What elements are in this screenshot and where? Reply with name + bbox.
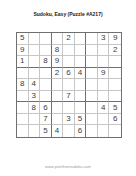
cell-r3c7	[86, 56, 98, 68]
footer-url: www.printfreesudoku.com	[0, 164, 136, 169]
cell-r3c3: 8	[40, 56, 52, 68]
cell-r6c7	[86, 91, 98, 103]
cell-r6c1	[17, 91, 29, 103]
sudoku-board: 52399821892649843786457356546	[16, 32, 122, 138]
cell-r9c9	[109, 125, 121, 137]
cell-r6c8	[98, 91, 110, 103]
cell-r7c8: 4	[98, 102, 110, 114]
cell-r2c1: 9	[17, 45, 29, 57]
cell-r2c2	[29, 45, 41, 57]
cell-r5c3	[40, 79, 52, 91]
cell-r4c9	[109, 68, 121, 80]
cell-r8c5: 3	[63, 114, 75, 126]
cell-r9c3: 5	[40, 125, 52, 137]
cell-r7c4	[52, 102, 64, 114]
cell-r9c5	[63, 125, 75, 137]
cell-r7c6	[75, 102, 87, 114]
cell-r1c4	[52, 33, 64, 45]
cell-r8c3: 7	[40, 114, 52, 126]
cell-r7c5	[63, 102, 75, 114]
cell-r1c5: 2	[63, 33, 75, 45]
cell-r3c1: 1	[17, 56, 29, 68]
page: Sudoku, Easy (Puzzle #A217) 523998218926…	[0, 0, 136, 176]
cell-r5c8	[98, 79, 110, 91]
cell-r2c6	[75, 45, 87, 57]
cell-r8c8	[98, 114, 110, 126]
cell-r2c5	[63, 45, 75, 57]
cell-r2c4: 8	[52, 45, 64, 57]
cell-r4c5: 6	[63, 68, 75, 80]
cell-r7c2: 8	[29, 102, 41, 114]
cell-r3c4: 9	[52, 56, 64, 68]
cell-r6c2: 3	[29, 91, 41, 103]
cell-r9c6: 6	[75, 125, 87, 137]
cell-r7c3: 6	[40, 102, 52, 114]
cell-r8c9: 6	[109, 114, 121, 126]
cell-r8c2	[29, 114, 41, 126]
cell-r9c2	[29, 125, 41, 137]
cell-r5c2: 4	[29, 79, 41, 91]
cell-r8c4	[52, 114, 64, 126]
cell-r4c1	[17, 68, 29, 80]
cell-r1c8: 3	[98, 33, 110, 45]
cell-r3c5	[63, 56, 75, 68]
cell-r3c6	[75, 56, 87, 68]
cell-r5c6	[75, 79, 87, 91]
cell-r4c7	[86, 68, 98, 80]
cell-r2c8	[98, 45, 110, 57]
cell-r8c6: 5	[75, 114, 87, 126]
cell-r4c8: 9	[98, 68, 110, 80]
cell-r3c9	[109, 56, 121, 68]
cell-r5c1: 8	[17, 79, 29, 91]
cell-r1c3	[40, 33, 52, 45]
cell-r1c7	[86, 33, 98, 45]
cell-r8c1	[17, 114, 29, 126]
cell-r1c1: 5	[17, 33, 29, 45]
cell-r1c2	[29, 33, 41, 45]
cell-r1c6	[75, 33, 87, 45]
cell-r6c4	[52, 91, 64, 103]
cell-r9c4: 4	[52, 125, 64, 137]
cell-r4c6: 4	[75, 68, 87, 80]
cell-r5c7	[86, 79, 98, 91]
cell-r7c7	[86, 102, 98, 114]
cell-r5c4	[52, 79, 64, 91]
cell-r6c6	[75, 91, 87, 103]
cell-r9c8	[98, 125, 110, 137]
cell-r4c2	[29, 68, 41, 80]
cell-r2c7	[86, 45, 98, 57]
cell-r8c7	[86, 114, 98, 126]
cell-r6c9	[109, 91, 121, 103]
cell-r6c5: 7	[63, 91, 75, 103]
cell-r4c4: 2	[52, 68, 64, 80]
cell-r7c9: 5	[109, 102, 121, 114]
cell-r7c1	[17, 102, 29, 114]
cell-r9c7	[86, 125, 98, 137]
cell-r2c9: 2	[109, 45, 121, 57]
cell-r5c9	[109, 79, 121, 91]
cell-r4c3	[40, 68, 52, 80]
cell-r3c2	[29, 56, 41, 68]
cell-r9c1	[17, 125, 29, 137]
cell-r1c9: 9	[109, 33, 121, 45]
cell-r3c8	[98, 56, 110, 68]
cell-r5c5	[63, 79, 75, 91]
cell-r2c3	[40, 45, 52, 57]
cell-r6c3	[40, 91, 52, 103]
puzzle-title: Sudoku, Easy (Puzzle #A217)	[0, 11, 136, 17]
